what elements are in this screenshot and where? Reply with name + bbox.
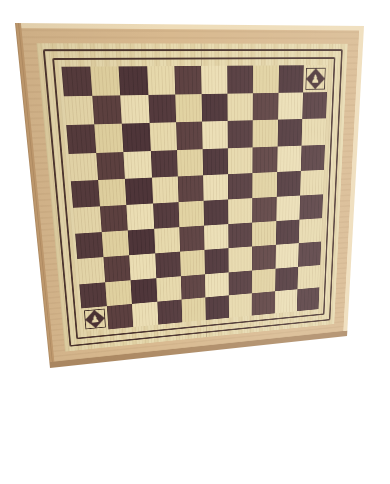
square-f10[interactable] bbox=[201, 66, 228, 95]
square-f2[interactable] bbox=[205, 272, 229, 297]
square-e7[interactable] bbox=[177, 149, 203, 176]
square-j10[interactable]: ♟ bbox=[303, 65, 328, 92]
square-j5[interactable] bbox=[299, 194, 323, 219]
square-c6[interactable] bbox=[125, 177, 153, 204]
square-c2[interactable] bbox=[131, 278, 157, 304]
corner-emblem: ♟ bbox=[305, 68, 326, 91]
square-j7[interactable] bbox=[301, 144, 325, 170]
square-a3[interactable] bbox=[77, 257, 105, 284]
square-d2[interactable] bbox=[156, 276, 181, 302]
square-e1[interactable] bbox=[181, 297, 205, 322]
square-i8[interactable] bbox=[277, 119, 302, 146]
square-g8[interactable] bbox=[228, 121, 253, 148]
photo-background: ♟♟ bbox=[0, 0, 390, 484]
square-a1[interactable]: ♟ bbox=[81, 306, 108, 332]
square-i2[interactable] bbox=[275, 267, 298, 292]
square-i7[interactable] bbox=[277, 145, 301, 171]
square-b5[interactable] bbox=[100, 205, 128, 232]
square-f1[interactable] bbox=[205, 295, 229, 320]
square-j9[interactable] bbox=[302, 92, 327, 119]
square-g4[interactable] bbox=[228, 223, 252, 249]
square-a8[interactable] bbox=[66, 125, 96, 154]
square-e2[interactable] bbox=[181, 274, 206, 299]
square-j4[interactable] bbox=[299, 218, 322, 243]
square-g6[interactable] bbox=[228, 173, 253, 200]
square-b6[interactable] bbox=[98, 179, 126, 207]
square-a10[interactable] bbox=[61, 67, 92, 97]
square-e6[interactable] bbox=[178, 175, 204, 202]
square-h10[interactable] bbox=[253, 65, 279, 93]
square-j3[interactable] bbox=[298, 242, 321, 267]
square-e8[interactable] bbox=[176, 122, 203, 150]
square-h1[interactable] bbox=[252, 291, 275, 315]
pawn-icon: ♟ bbox=[90, 314, 100, 325]
square-h8[interactable] bbox=[253, 120, 278, 147]
square-d6[interactable] bbox=[152, 176, 179, 203]
square-c9[interactable] bbox=[121, 95, 150, 124]
square-e10[interactable] bbox=[174, 66, 201, 95]
square-g10[interactable] bbox=[227, 66, 253, 94]
square-g7[interactable] bbox=[228, 147, 253, 174]
square-i9[interactable] bbox=[278, 93, 303, 120]
square-f5[interactable] bbox=[204, 199, 229, 225]
square-c10[interactable] bbox=[119, 66, 148, 95]
wooden-game-box: ♟♟ bbox=[15, 23, 364, 368]
square-d1[interactable] bbox=[157, 299, 182, 324]
board-surface: ♟♟ bbox=[36, 43, 347, 351]
square-c3[interactable] bbox=[129, 254, 155, 280]
square-f4[interactable] bbox=[204, 224, 229, 250]
square-a4[interactable] bbox=[75, 232, 103, 259]
square-j1[interactable] bbox=[297, 287, 320, 311]
square-a7[interactable] bbox=[69, 153, 99, 181]
square-d4[interactable] bbox=[154, 227, 180, 253]
square-g3[interactable] bbox=[229, 247, 253, 272]
square-b4[interactable] bbox=[102, 231, 130, 258]
square-e9[interactable] bbox=[175, 94, 202, 122]
box-edge-top bbox=[15, 23, 364, 30]
square-h2[interactable] bbox=[252, 268, 275, 293]
square-j6[interactable] bbox=[300, 170, 324, 196]
square-b8[interactable] bbox=[94, 124, 123, 153]
square-d9[interactable] bbox=[148, 95, 176, 124]
square-e5[interactable] bbox=[178, 201, 204, 228]
square-f3[interactable] bbox=[204, 248, 228, 274]
square-b9[interactable] bbox=[92, 96, 122, 125]
square-b7[interactable] bbox=[96, 152, 125, 180]
square-i1[interactable] bbox=[274, 289, 297, 313]
square-i3[interactable] bbox=[275, 243, 298, 268]
square-c7[interactable] bbox=[124, 151, 152, 179]
square-a6[interactable] bbox=[71, 180, 100, 208]
square-f9[interactable] bbox=[202, 94, 228, 122]
square-h9[interactable] bbox=[253, 93, 278, 121]
square-g5[interactable] bbox=[228, 198, 252, 224]
square-d5[interactable] bbox=[153, 202, 179, 229]
square-i5[interactable] bbox=[276, 196, 300, 222]
square-f8[interactable] bbox=[202, 121, 228, 149]
corner-emblem: ♟ bbox=[84, 308, 106, 329]
square-h4[interactable] bbox=[252, 221, 276, 247]
square-j2[interactable] bbox=[297, 265, 320, 289]
square-b1[interactable] bbox=[107, 304, 134, 330]
square-e4[interactable] bbox=[179, 226, 204, 252]
square-c8[interactable] bbox=[122, 123, 150, 151]
board-grid: ♟♟ bbox=[61, 65, 328, 332]
square-g2[interactable] bbox=[229, 270, 252, 295]
square-i10[interactable] bbox=[278, 65, 303, 93]
square-d10[interactable] bbox=[147, 66, 175, 95]
square-d7[interactable] bbox=[150, 150, 177, 178]
square-c5[interactable] bbox=[127, 204, 154, 231]
square-c4[interactable] bbox=[128, 229, 155, 256]
square-b3[interactable] bbox=[104, 256, 131, 282]
square-h3[interactable] bbox=[252, 245, 275, 270]
pawn-icon: ♟ bbox=[311, 73, 320, 84]
square-a5[interactable] bbox=[73, 206, 102, 234]
square-d3[interactable] bbox=[155, 252, 181, 278]
square-i4[interactable] bbox=[276, 220, 300, 245]
square-i6[interactable] bbox=[276, 171, 300, 197]
square-f7[interactable] bbox=[203, 148, 229, 175]
square-j8[interactable] bbox=[301, 119, 326, 146]
square-e3[interactable] bbox=[180, 250, 205, 276]
square-f6[interactable] bbox=[203, 174, 228, 201]
square-h7[interactable] bbox=[253, 146, 278, 173]
square-h5[interactable] bbox=[252, 197, 276, 223]
square-c1[interactable] bbox=[132, 302, 158, 327]
square-b10[interactable] bbox=[90, 66, 120, 96]
square-a9[interactable] bbox=[64, 96, 95, 125]
square-g9[interactable] bbox=[228, 93, 254, 121]
square-a2[interactable] bbox=[79, 282, 107, 308]
square-b2[interactable] bbox=[105, 280, 132, 306]
square-g1[interactable] bbox=[229, 293, 252, 318]
square-h6[interactable] bbox=[253, 172, 277, 198]
square-d8[interactable] bbox=[149, 123, 176, 151]
